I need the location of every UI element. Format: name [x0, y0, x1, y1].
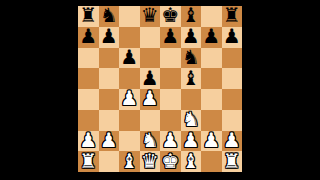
square-g2[interactable]: ♟: [201, 131, 222, 152]
video-frame: ♜♞♛♚♝♜♟♟♟♟♟♟♟♞♟♝♟♟♞♟♟♞♟♟♟♟♜♝♛♚♝♜: [0, 0, 320, 180]
square-e1[interactable]: ♚: [160, 151, 181, 172]
square-c7[interactable]: [119, 27, 140, 48]
square-b6[interactable]: [99, 48, 120, 69]
square-a3[interactable]: [78, 110, 99, 131]
square-h5[interactable]: [222, 68, 243, 89]
black-pawn: ♟: [202, 27, 220, 46]
square-d7[interactable]: [140, 27, 161, 48]
black-knight: ♞: [100, 6, 118, 25]
square-f6[interactable]: ♞: [181, 48, 202, 69]
square-d1[interactable]: ♛: [140, 151, 161, 172]
white-pawn: ♟: [141, 89, 159, 108]
white-pawn: ♟: [223, 131, 241, 150]
black-pawn: ♟: [120, 48, 138, 67]
square-g7[interactable]: ♟: [201, 27, 222, 48]
square-a7[interactable]: ♟: [78, 27, 99, 48]
square-h2[interactable]: ♟: [222, 131, 243, 152]
square-f7[interactable]: ♟: [181, 27, 202, 48]
square-e8[interactable]: ♚: [160, 6, 181, 27]
square-g5[interactable]: [201, 68, 222, 89]
black-bishop: ♝: [182, 68, 200, 87]
square-c1[interactable]: ♝: [119, 151, 140, 172]
square-f5[interactable]: ♝: [181, 68, 202, 89]
white-queen: ♛: [141, 151, 159, 170]
square-c5[interactable]: [119, 68, 140, 89]
square-b4[interactable]: [99, 89, 120, 110]
white-rook: ♜: [223, 151, 241, 170]
black-pawn: ♟: [182, 27, 200, 46]
square-c2[interactable]: [119, 131, 140, 152]
square-d4[interactable]: ♟: [140, 89, 161, 110]
square-b2[interactable]: ♟: [99, 131, 120, 152]
square-f1[interactable]: ♝: [181, 151, 202, 172]
square-g1[interactable]: [201, 151, 222, 172]
square-b3[interactable]: [99, 110, 120, 131]
square-b7[interactable]: ♟: [99, 27, 120, 48]
square-f2[interactable]: ♟: [181, 131, 202, 152]
white-pawn: ♟: [161, 131, 179, 150]
square-a1[interactable]: ♜: [78, 151, 99, 172]
square-g4[interactable]: [201, 89, 222, 110]
square-d6[interactable]: [140, 48, 161, 69]
square-e3[interactable]: [160, 110, 181, 131]
white-rook: ♜: [79, 151, 97, 170]
square-e7[interactable]: ♟: [160, 27, 181, 48]
square-g3[interactable]: [201, 110, 222, 131]
square-a6[interactable]: [78, 48, 99, 69]
square-d5[interactable]: ♟: [140, 68, 161, 89]
black-rook: ♜: [223, 6, 241, 25]
square-b5[interactable]: [99, 68, 120, 89]
square-d8[interactable]: ♛: [140, 6, 161, 27]
black-knight: ♞: [182, 48, 200, 67]
square-h1[interactable]: ♜: [222, 151, 243, 172]
square-f3[interactable]: ♞: [181, 110, 202, 131]
square-d2[interactable]: ♞: [140, 131, 161, 152]
white-knight: ♞: [182, 110, 200, 129]
black-king: ♚: [161, 6, 179, 25]
square-a2[interactable]: ♟: [78, 131, 99, 152]
black-rook: ♜: [79, 6, 97, 25]
square-c3[interactable]: [119, 110, 140, 131]
white-knight: ♞: [141, 131, 159, 150]
square-h3[interactable]: [222, 110, 243, 131]
white-pawn: ♟: [100, 131, 118, 150]
square-e4[interactable]: [160, 89, 181, 110]
square-e5[interactable]: [160, 68, 181, 89]
square-f4[interactable]: [181, 89, 202, 110]
square-c6[interactable]: ♟: [119, 48, 140, 69]
square-d3[interactable]: [140, 110, 161, 131]
square-c4[interactable]: ♟: [119, 89, 140, 110]
square-g6[interactable]: [201, 48, 222, 69]
white-bishop: ♝: [182, 151, 200, 170]
square-e2[interactable]: ♟: [160, 131, 181, 152]
square-a8[interactable]: ♜: [78, 6, 99, 27]
square-c8[interactable]: [119, 6, 140, 27]
square-a4[interactable]: [78, 89, 99, 110]
white-pawn: ♟: [120, 89, 138, 108]
square-b8[interactable]: ♞: [99, 6, 120, 27]
white-bishop: ♝: [120, 151, 138, 170]
square-f8[interactable]: ♝: [181, 6, 202, 27]
square-a5[interactable]: [78, 68, 99, 89]
black-pawn: ♟: [79, 27, 97, 46]
white-pawn: ♟: [182, 131, 200, 150]
black-pawn: ♟: [223, 27, 241, 46]
black-pawn: ♟: [100, 27, 118, 46]
square-h4[interactable]: [222, 89, 243, 110]
square-h7[interactable]: ♟: [222, 27, 243, 48]
square-b1[interactable]: [99, 151, 120, 172]
white-king: ♚: [161, 151, 179, 170]
square-h6[interactable]: [222, 48, 243, 69]
white-pawn: ♟: [202, 131, 220, 150]
black-bishop: ♝: [182, 6, 200, 25]
white-pawn: ♟: [79, 131, 97, 150]
square-e6[interactable]: [160, 48, 181, 69]
black-queen: ♛: [141, 6, 159, 25]
chess-board: ♜♞♛♚♝♜♟♟♟♟♟♟♟♞♟♝♟♟♞♟♟♞♟♟♟♟♜♝♛♚♝♜: [78, 6, 242, 172]
square-g8[interactable]: [201, 6, 222, 27]
square-h8[interactable]: ♜: [222, 6, 243, 27]
black-pawn: ♟: [161, 27, 179, 46]
black-pawn: ♟: [141, 68, 159, 87]
